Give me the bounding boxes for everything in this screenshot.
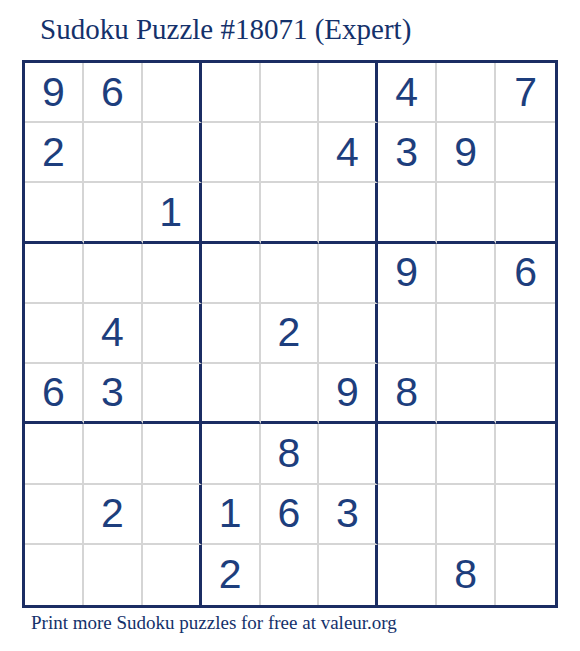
- footer-text: Print more Sudoku puzzles for free at va…: [31, 612, 397, 635]
- cell-r3c2[interactable]: [84, 183, 143, 243]
- cell-r1c1[interactable]: 9: [25, 63, 84, 123]
- page-title: Sudoku Puzzle #18071 (Expert): [40, 13, 411, 46]
- cell-r2c1[interactable]: 2: [25, 123, 84, 183]
- cell-r3c7[interactable]: [378, 183, 437, 243]
- cell-r9c5[interactable]: [261, 545, 320, 605]
- cell-r4c4[interactable]: [202, 244, 261, 304]
- cell-r2c9[interactable]: [496, 123, 555, 183]
- cell-r3c1[interactable]: [25, 183, 84, 243]
- cell-r6c7[interactable]: 8: [378, 364, 437, 424]
- cell-r6c4[interactable]: [202, 364, 261, 424]
- cell-r8c4[interactable]: 1: [202, 485, 261, 545]
- cell-r8c1[interactable]: [25, 485, 84, 545]
- cell-r4c7[interactable]: 9: [378, 244, 437, 304]
- cell-r8c2[interactable]: 2: [84, 485, 143, 545]
- cell-r2c7[interactable]: 3: [378, 123, 437, 183]
- cell-r6c2[interactable]: 3: [84, 364, 143, 424]
- cell-r8c5[interactable]: 6: [261, 485, 320, 545]
- cell-r9c6[interactable]: [319, 545, 378, 605]
- cell-r1c6[interactable]: [319, 63, 378, 123]
- cell-r6c5[interactable]: [261, 364, 320, 424]
- cell-r9c4[interactable]: 2: [202, 545, 261, 605]
- cell-r8c7[interactable]: [378, 485, 437, 545]
- cell-r4c2[interactable]: [84, 244, 143, 304]
- cell-r8c6[interactable]: 3: [319, 485, 378, 545]
- cell-r9c3[interactable]: [143, 545, 202, 605]
- cell-r5c5[interactable]: 2: [261, 304, 320, 364]
- cell-r6c1[interactable]: 6: [25, 364, 84, 424]
- cell-r2c6[interactable]: 4: [319, 123, 378, 183]
- cell-r3c3[interactable]: 1: [143, 183, 202, 243]
- cell-r7c1[interactable]: [25, 424, 84, 484]
- cell-r8c3[interactable]: [143, 485, 202, 545]
- cell-r5c9[interactable]: [496, 304, 555, 364]
- cell-r5c3[interactable]: [143, 304, 202, 364]
- cell-r3c4[interactable]: [202, 183, 261, 243]
- cell-r7c9[interactable]: [496, 424, 555, 484]
- cell-r3c9[interactable]: [496, 183, 555, 243]
- cell-r5c2[interactable]: 4: [84, 304, 143, 364]
- cell-r5c1[interactable]: [25, 304, 84, 364]
- cell-r4c3[interactable]: [143, 244, 202, 304]
- cell-r5c7[interactable]: [378, 304, 437, 364]
- cell-r5c8[interactable]: [437, 304, 496, 364]
- cell-r1c7[interactable]: 4: [378, 63, 437, 123]
- cell-r6c9[interactable]: [496, 364, 555, 424]
- cell-r4c8[interactable]: [437, 244, 496, 304]
- cell-r7c7[interactable]: [378, 424, 437, 484]
- cell-r9c9[interactable]: [496, 545, 555, 605]
- cell-r1c8[interactable]: [437, 63, 496, 123]
- cell-r7c8[interactable]: [437, 424, 496, 484]
- cell-r7c6[interactable]: [319, 424, 378, 484]
- cell-r2c5[interactable]: [261, 123, 320, 183]
- cell-r3c8[interactable]: [437, 183, 496, 243]
- cell-r7c2[interactable]: [84, 424, 143, 484]
- sudoku-board: 964724391964263988216328: [22, 60, 558, 608]
- cell-r9c2[interactable]: [84, 545, 143, 605]
- cell-r8c9[interactable]: [496, 485, 555, 545]
- cell-r1c4[interactable]: [202, 63, 261, 123]
- cell-r6c8[interactable]: [437, 364, 496, 424]
- cell-r4c6[interactable]: [319, 244, 378, 304]
- cell-r5c6[interactable]: [319, 304, 378, 364]
- cell-r7c3[interactable]: [143, 424, 202, 484]
- cell-r9c1[interactable]: [25, 545, 84, 605]
- cell-r6c6[interactable]: 9: [319, 364, 378, 424]
- cell-r5c4[interactable]: [202, 304, 261, 364]
- cell-r3c5[interactable]: [261, 183, 320, 243]
- cell-r1c3[interactable]: [143, 63, 202, 123]
- cell-r8c8[interactable]: [437, 485, 496, 545]
- cell-r6c3[interactable]: [143, 364, 202, 424]
- cell-r2c2[interactable]: [84, 123, 143, 183]
- cell-r1c5[interactable]: [261, 63, 320, 123]
- cell-r3c6[interactable]: [319, 183, 378, 243]
- cell-r4c9[interactable]: 6: [496, 244, 555, 304]
- cell-r9c8[interactable]: 8: [437, 545, 496, 605]
- cell-r2c3[interactable]: [143, 123, 202, 183]
- cell-r1c2[interactable]: 6: [84, 63, 143, 123]
- cell-r4c5[interactable]: [261, 244, 320, 304]
- cell-r2c4[interactable]: [202, 123, 261, 183]
- cell-r9c7[interactable]: [378, 545, 437, 605]
- cell-r7c5[interactable]: 8: [261, 424, 320, 484]
- cell-r7c4[interactable]: [202, 424, 261, 484]
- cell-r4c1[interactable]: [25, 244, 84, 304]
- cell-r2c8[interactable]: 9: [437, 123, 496, 183]
- cell-r1c9[interactable]: 7: [496, 63, 555, 123]
